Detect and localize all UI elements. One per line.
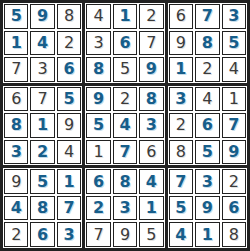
- cell-r2c9[interactable]: 5: [222, 31, 246, 56]
- cell-r2c2[interactable]: 4: [30, 31, 54, 56]
- cell-r8c9[interactable]: 6: [222, 196, 246, 221]
- cell-r9c8[interactable]: 1: [195, 222, 219, 247]
- cell-r9c4[interactable]: 7: [86, 222, 110, 247]
- cell-r4c5[interactable]: 2: [113, 87, 137, 112]
- cell-r2c6[interactable]: 7: [139, 31, 163, 56]
- sudoku-block-1: 598142736: [3, 3, 82, 83]
- cell-r8c6[interactable]: 1: [139, 196, 163, 221]
- cell-r1c2[interactable]: 9: [30, 4, 54, 29]
- cell-r3c6[interactable]: 9: [139, 57, 163, 82]
- cell-r2c8[interactable]: 8: [195, 31, 219, 56]
- cell-r1c1[interactable]: 5: [4, 4, 28, 29]
- cell-r4c1[interactable]: 6: [4, 87, 28, 112]
- cell-r3c4[interactable]: 8: [86, 57, 110, 82]
- cell-r7c7[interactable]: 7: [169, 169, 193, 194]
- cell-r9c5[interactable]: 9: [113, 222, 137, 247]
- cell-r9c9[interactable]: 8: [222, 222, 246, 247]
- cell-r8c1[interactable]: 4: [4, 196, 28, 221]
- cell-r8c3[interactable]: 7: [57, 196, 81, 221]
- cell-r5c3[interactable]: 9: [57, 113, 81, 138]
- cell-r4c9[interactable]: 1: [222, 87, 246, 112]
- cell-r8c4[interactable]: 2: [86, 196, 110, 221]
- cell-r7c5[interactable]: 8: [113, 169, 137, 194]
- cell-r1c9[interactable]: 3: [222, 4, 246, 29]
- cell-r5c4[interactable]: 5: [86, 113, 110, 138]
- cell-r7c1[interactable]: 9: [4, 169, 28, 194]
- cell-r9c2[interactable]: 6: [30, 222, 54, 247]
- cell-r5c9[interactable]: 7: [222, 113, 246, 138]
- cell-r4c7[interactable]: 3: [169, 87, 193, 112]
- cell-r6c3[interactable]: 4: [57, 140, 81, 165]
- sudoku-block-7: 951487263: [3, 168, 82, 248]
- cell-r2c7[interactable]: 9: [169, 31, 193, 56]
- cell-r7c2[interactable]: 5: [30, 169, 54, 194]
- cell-r4c4[interactable]: 9: [86, 87, 110, 112]
- cell-r6c7[interactable]: 8: [169, 140, 193, 165]
- cell-r7c4[interactable]: 6: [86, 169, 110, 194]
- sudoku-block-9: 732596418: [168, 168, 247, 248]
- cell-r3c7[interactable]: 1: [169, 57, 193, 82]
- cell-r6c8[interactable]: 5: [195, 140, 219, 165]
- cell-r8c8[interactable]: 9: [195, 196, 219, 221]
- sudoku-block-2: 412367859: [85, 3, 164, 83]
- sudoku-block-3: 673985124: [168, 3, 247, 83]
- cell-r6c2[interactable]: 2: [30, 140, 54, 165]
- cell-r1c8[interactable]: 7: [195, 4, 219, 29]
- cell-r2c3[interactable]: 2: [57, 31, 81, 56]
- cell-r7c6[interactable]: 4: [139, 169, 163, 194]
- cell-r5c2[interactable]: 1: [30, 113, 54, 138]
- cell-r7c9[interactable]: 2: [222, 169, 246, 194]
- cell-r5c5[interactable]: 4: [113, 113, 137, 138]
- cell-r5c7[interactable]: 2: [169, 113, 193, 138]
- cell-r3c1[interactable]: 7: [4, 57, 28, 82]
- cell-r6c4[interactable]: 1: [86, 140, 110, 165]
- cell-r7c8[interactable]: 3: [195, 169, 219, 194]
- cell-r9c6[interactable]: 5: [139, 222, 163, 247]
- cell-r1c6[interactable]: 2: [139, 4, 163, 29]
- cell-r6c1[interactable]: 3: [4, 140, 28, 165]
- cell-r2c4[interactable]: 3: [86, 31, 110, 56]
- cell-r6c9[interactable]: 9: [222, 140, 246, 165]
- cell-r1c7[interactable]: 6: [169, 4, 193, 29]
- cell-r9c3[interactable]: 3: [57, 222, 81, 247]
- sudoku-block-8: 684231795: [85, 168, 164, 248]
- cell-r4c2[interactable]: 7: [30, 87, 54, 112]
- cell-r8c5[interactable]: 3: [113, 196, 137, 221]
- sudoku-block-4: 675819324: [3, 86, 82, 166]
- cell-r5c8[interactable]: 6: [195, 113, 219, 138]
- cell-r1c5[interactable]: 1: [113, 4, 137, 29]
- cell-r1c4[interactable]: 4: [86, 4, 110, 29]
- cell-r6c5[interactable]: 7: [113, 140, 137, 165]
- cell-r4c3[interactable]: 5: [57, 87, 81, 112]
- cell-r1c3[interactable]: 8: [57, 4, 81, 29]
- cell-r7c3[interactable]: 1: [57, 169, 81, 194]
- cell-r5c6[interactable]: 3: [139, 113, 163, 138]
- sudoku-board: 5981427364123678596739851246758193249285…: [0, 0, 250, 251]
- sudoku-block-5: 928543176: [85, 86, 164, 166]
- cell-r2c5[interactable]: 6: [113, 31, 137, 56]
- cell-r4c6[interactable]: 8: [139, 87, 163, 112]
- cell-r6c6[interactable]: 6: [139, 140, 163, 165]
- cell-r3c2[interactable]: 3: [30, 57, 54, 82]
- cell-r3c5[interactable]: 5: [113, 57, 137, 82]
- cell-r8c2[interactable]: 8: [30, 196, 54, 221]
- cell-r4c8[interactable]: 4: [195, 87, 219, 112]
- cell-r3c3[interactable]: 6: [57, 57, 81, 82]
- cell-r8c7[interactable]: 5: [169, 196, 193, 221]
- cell-r5c1[interactable]: 8: [4, 113, 28, 138]
- cell-r2c1[interactable]: 1: [4, 31, 28, 56]
- cell-r3c8[interactable]: 2: [195, 57, 219, 82]
- cell-r9c7[interactable]: 4: [169, 222, 193, 247]
- cell-r3c9[interactable]: 4: [222, 57, 246, 82]
- sudoku-block-6: 341267859: [168, 86, 247, 166]
- cell-r9c1[interactable]: 2: [4, 222, 28, 247]
